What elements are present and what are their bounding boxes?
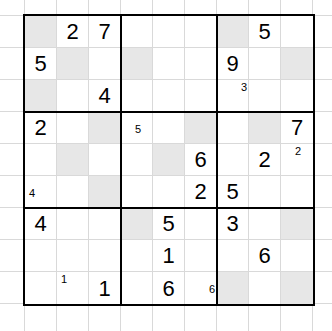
cell-r1c5[interactable] [153,16,185,48]
cell-r6c6[interactable]: 2 [185,176,217,208]
cell-r5c7[interactable] [217,144,249,176]
spreadsheet-background: { "game": "sudoku", "board": { "size": 9… [0,0,332,331]
box-border-horizontal-1 [25,111,313,113]
cell-r8c6[interactable] [185,240,217,272]
cell-r7c7[interactable]: 3 [217,208,249,240]
given-digit: 7 [89,16,120,47]
cell-r5c5[interactable] [153,144,185,176]
cell-r9c7[interactable] [217,272,249,304]
cell-r4c3[interactable] [89,112,121,144]
cell-r6c1[interactable]: 4 [25,176,57,208]
given-digit: 1 [153,240,184,271]
given-digit: 6 [185,144,216,175]
cell-r7c6[interactable] [185,208,217,240]
cell-r3c4[interactable] [121,80,153,112]
cell-r4c8[interactable] [249,112,281,144]
cell-r4c9[interactable]: 7 [281,112,313,144]
cell-r6c8[interactable] [249,176,281,208]
given-digit: 7 [281,112,313,143]
cell-r9c6[interactable]: 6 [185,272,217,304]
pencil-mark-digit: 4 [27,188,37,199]
cell-r5c1[interactable] [25,144,57,176]
given-digit: 4 [25,208,56,239]
cell-r3c9[interactable] [281,80,313,112]
cell-r7c4[interactable] [121,208,153,240]
cell-r9c3[interactable]: 1 [89,272,121,304]
cell-r4c4[interactable]: 5 [121,112,153,144]
cell-r4c6[interactable] [185,112,217,144]
cell-r3c1[interactable] [25,80,57,112]
cell-r5c4[interactable] [121,144,153,176]
cell-r1c4[interactable] [121,16,153,48]
cell-r9c9[interactable] [281,272,313,304]
cell-r6c9[interactable] [281,176,313,208]
cell-r1c8[interactable]: 5 [249,16,281,48]
given-digit: 5 [25,48,56,79]
cell-r9c4[interactable] [121,272,153,304]
cell-r2c5[interactable] [153,48,185,80]
box-border-horizontal-2 [25,207,313,209]
cell-r1c2[interactable]: 2 [57,16,89,48]
cell-r2c3[interactable] [89,48,121,80]
cell-r8c7[interactable] [217,240,249,272]
given-digit: 5 [217,176,248,207]
cell-r3c6[interactable] [185,80,217,112]
sudoku-board: 2755943257622425453161166 [23,14,315,306]
cell-r6c5[interactable] [153,176,185,208]
cell-r1c7[interactable] [217,16,249,48]
given-digit: 2 [25,112,56,143]
cell-r1c9[interactable] [281,16,313,48]
cell-r8c8[interactable]: 6 [249,240,281,272]
cell-r2c8[interactable] [249,48,281,80]
box-border-vertical-2 [216,16,218,304]
given-digit: 5 [153,208,184,239]
cell-r6c3[interactable] [89,176,121,208]
cell-r4c7[interactable] [217,112,249,144]
given-digit: 6 [153,272,184,304]
cell-r6c7[interactable]: 5 [217,176,249,208]
cell-r8c2[interactable] [57,240,89,272]
cell-r1c6[interactable] [185,16,217,48]
cell-r2c9[interactable] [281,48,313,80]
cell-r7c9[interactable] [281,208,313,240]
cell-r1c3[interactable]: 7 [89,16,121,48]
cell-r6c2[interactable] [57,176,89,208]
pencil-mark-digit: 5 [133,124,143,135]
cell-r4c1[interactable]: 2 [25,112,57,144]
cell-r7c1[interactable]: 4 [25,208,57,240]
cell-r9c2[interactable]: 1 [57,272,89,304]
cell-r9c8[interactable] [249,272,281,304]
cell-r7c2[interactable] [57,208,89,240]
given-digit: 3 [217,208,248,239]
cell-r5c2[interactable] [57,144,89,176]
cell-r2c7[interactable]: 9 [217,48,249,80]
given-digit: 2 [185,176,216,207]
cell-r3c7[interactable]: 3 [217,80,249,112]
given-digit: 2 [249,144,280,175]
cell-r2c2[interactable] [57,48,89,80]
cell-r1c1[interactable] [25,16,57,48]
given-digit: 6 [249,240,280,271]
cell-r5c3[interactable] [89,144,121,176]
cell-r8c1[interactable] [25,240,57,272]
cell-r7c5[interactable]: 5 [153,208,185,240]
cell-r5c6[interactable]: 6 [185,144,217,176]
cell-r2c4[interactable] [121,48,153,80]
cell-r3c2[interactable] [57,80,89,112]
pencil-mark-digit: 3 [239,82,249,93]
cell-r9c1[interactable] [25,272,57,304]
cell-r3c5[interactable] [153,80,185,112]
cell-r4c2[interactable] [57,112,89,144]
cell-r5c9[interactable]: 2 [281,144,313,176]
cell-r8c4[interactable] [121,240,153,272]
cell-r3c8[interactable] [249,80,281,112]
cell-r8c9[interactable] [281,240,313,272]
cell-r2c1[interactable]: 5 [25,48,57,80]
cell-r4c5[interactable] [153,112,185,144]
cell-r8c5[interactable]: 1 [153,240,185,272]
pencil-mark-digit: 2 [293,146,303,157]
pencil-mark-digit: 1 [59,274,69,285]
box-border-vertical-1 [120,16,122,304]
cell-r5c8[interactable]: 2 [249,144,281,176]
sudoku-grid: 2755943257622425453161166 [25,16,313,304]
given-digit: 9 [217,48,248,79]
cell-r7c3[interactable] [89,208,121,240]
given-digit: 1 [89,272,120,304]
cell-r3c3[interactable]: 4 [89,80,121,112]
cell-r2c6[interactable] [185,48,217,80]
given-digit: 4 [89,80,120,111]
cell-r7c8[interactable] [249,208,281,240]
cell-r9c5[interactable]: 6 [153,272,185,304]
given-digit: 5 [249,16,280,47]
given-digit: 2 [57,16,88,47]
cell-r8c3[interactable] [89,240,121,272]
cell-r6c4[interactable] [121,176,153,208]
